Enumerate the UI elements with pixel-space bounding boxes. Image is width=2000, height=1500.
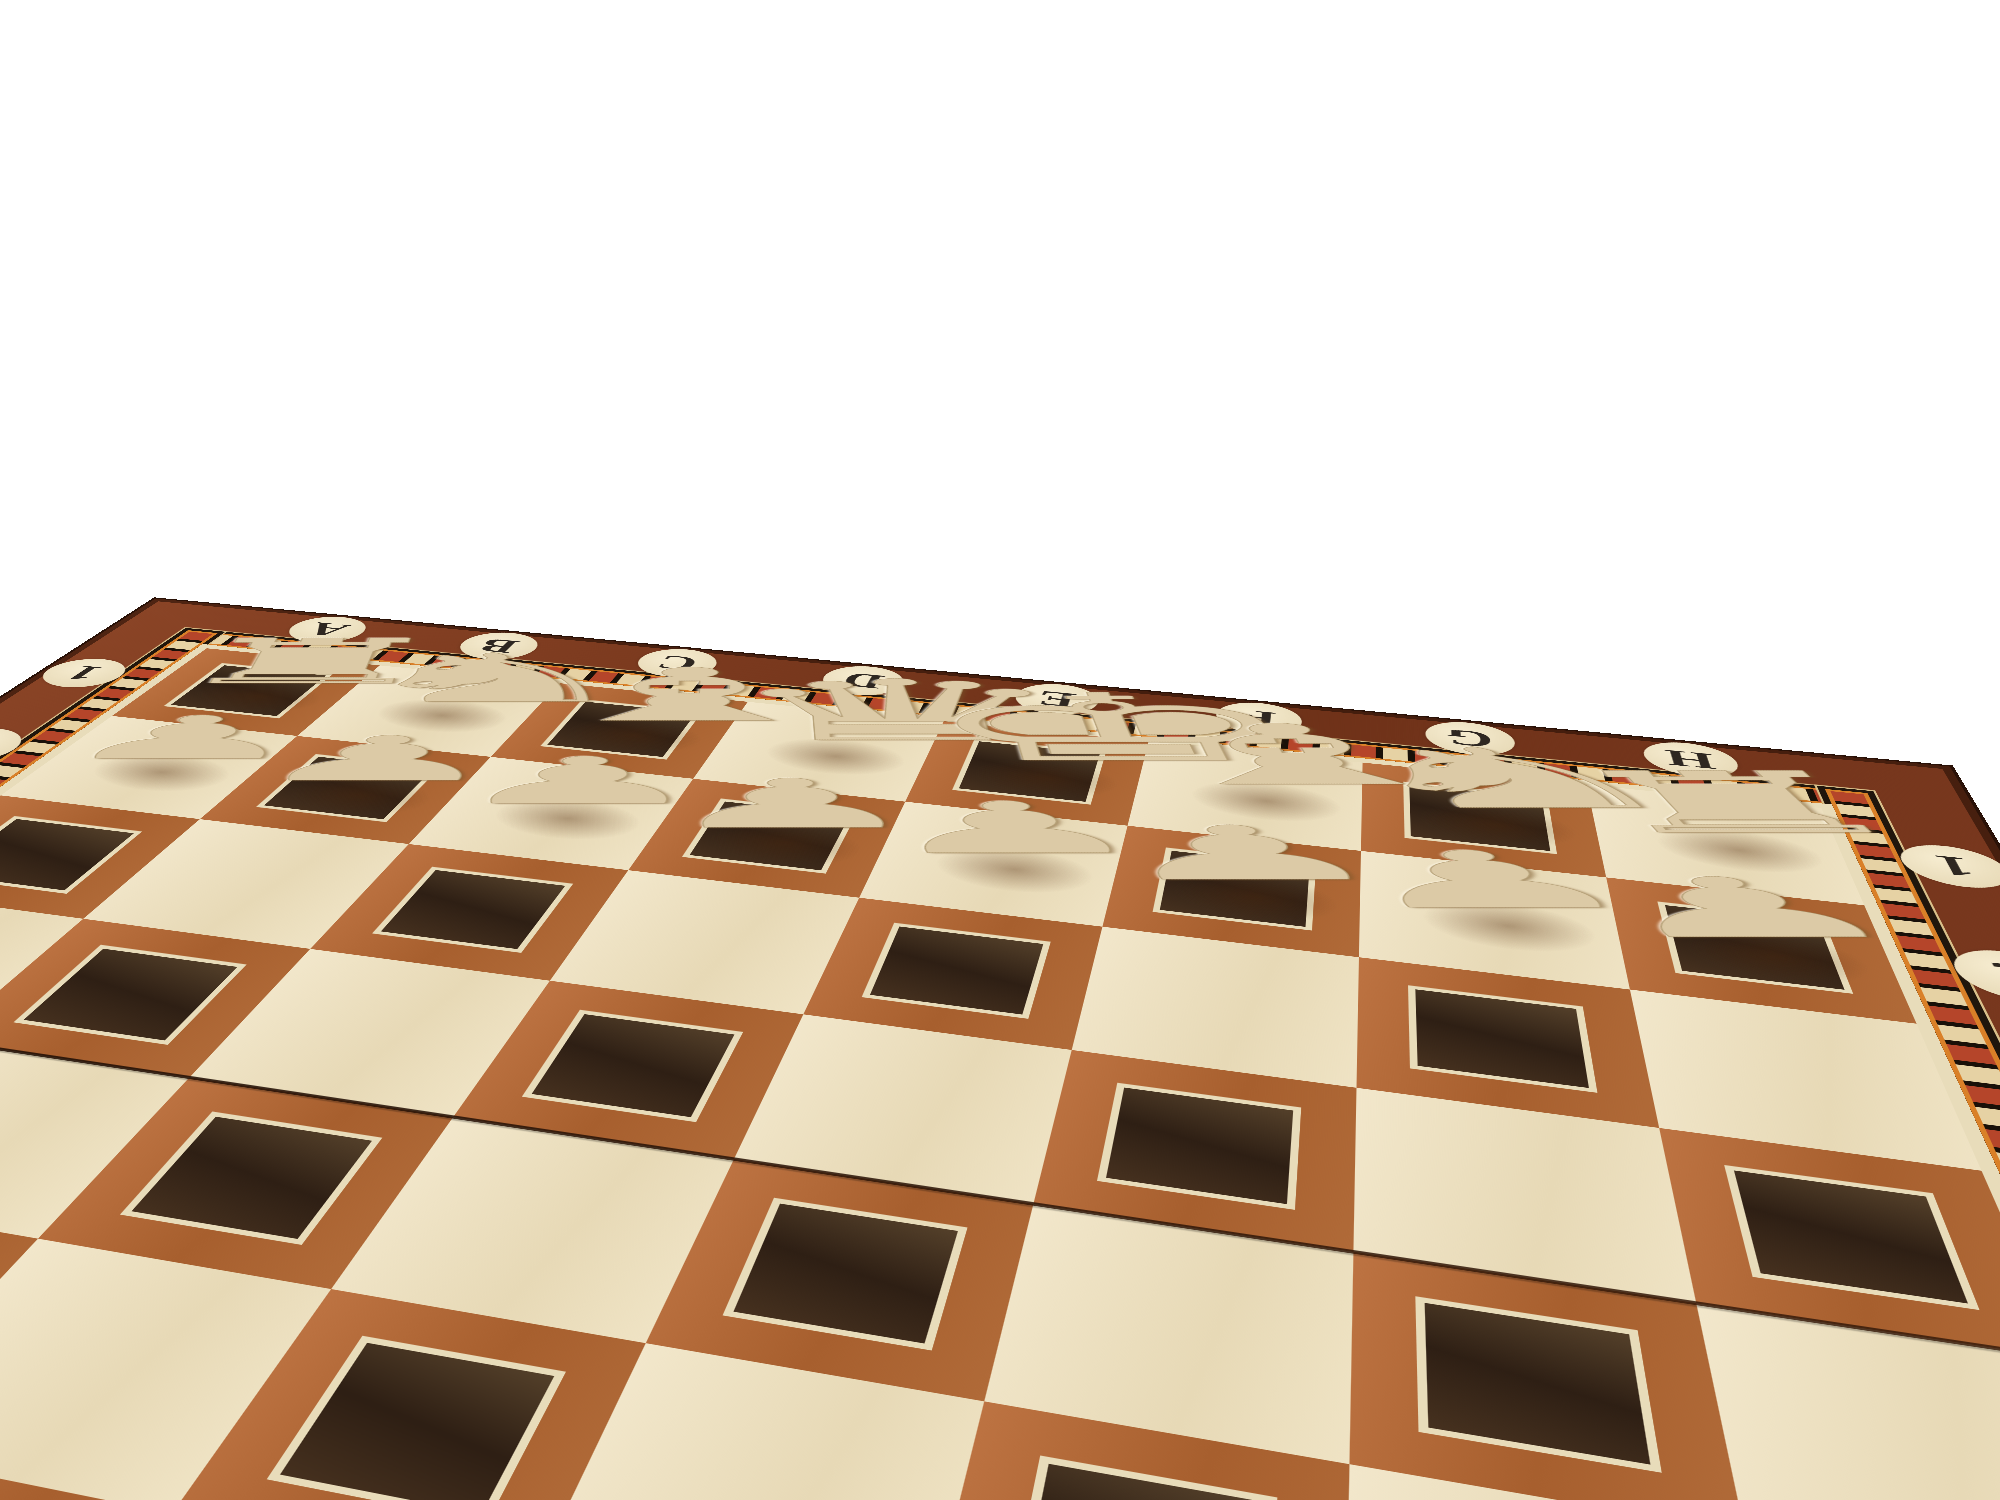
white-pawn: ♟ xyxy=(657,774,885,835)
product-photo: AABBCCDDEEFFGGHH1122334455667788 ♜♞♝♛♚♝♞… xyxy=(0,0,2000,1500)
white-pawn: ♟ xyxy=(1324,845,1610,916)
rank-label-text: 1 xyxy=(56,661,112,685)
white-king: ♚ xyxy=(907,687,1137,771)
pieces-layer: ♜♞♝♛♚♝♞♜♟♟♟♟♟♟♟♟ xyxy=(155,599,1949,767)
chess-board: AABBCCDDEEFFGGHH1122334455667788 ♜♞♝♛♚♝♞… xyxy=(0,599,2000,1500)
white-knight: ♞ xyxy=(1318,741,1589,816)
white-bishop: ♝ xyxy=(521,663,726,729)
white-knight: ♞ xyxy=(332,648,545,709)
white-pawn: ♟ xyxy=(241,731,474,787)
board-square xyxy=(1696,1303,2000,1500)
white-pawn: ♟ xyxy=(872,796,1115,860)
white-pawn: ♟ xyxy=(1093,820,1357,887)
rank-label: 1 xyxy=(1892,841,2000,893)
white-rook: ♜ xyxy=(152,634,372,690)
rank-label-text: 1 xyxy=(1928,848,1982,884)
white-pawn: ♟ xyxy=(444,752,670,810)
rank-label-text: 2 xyxy=(1984,954,2000,998)
white-pawn: ♟ xyxy=(47,711,286,764)
white-bishop: ♝ xyxy=(1108,718,1358,793)
board-square xyxy=(1033,1050,1356,1252)
white-queen: ♛ xyxy=(718,673,927,749)
board-scene: AABBCCDDEEFFGGHH1122334455667788 ♜♞♝♛♚♝♞… xyxy=(0,599,2000,1500)
